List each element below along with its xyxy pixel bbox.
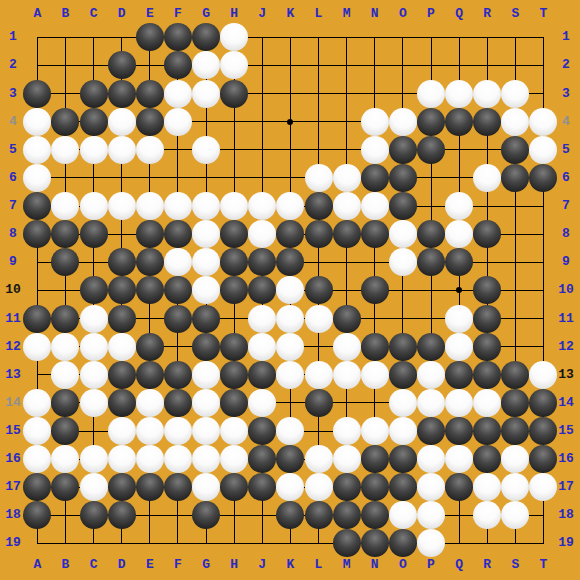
white-stone-B7 (51, 192, 79, 220)
black-stone-B14 (51, 389, 79, 417)
black-stone-S15 (501, 417, 529, 445)
black-stone-M11 (333, 305, 361, 333)
black-stone-F11 (164, 305, 192, 333)
black-stone-G18 (192, 501, 220, 529)
grid-line-horizontal (37, 37, 544, 38)
black-stone-N10 (361, 276, 389, 304)
black-stone-H9 (220, 248, 248, 276)
black-stone-B11 (51, 305, 79, 333)
white-stone-F7 (164, 192, 192, 220)
black-stone-E17 (136, 473, 164, 501)
white-stone-R17 (473, 473, 501, 501)
col-label-bottom-S: S (504, 558, 526, 572)
row-label-right-13: 13 (553, 368, 579, 382)
col-label-bottom-P: P (420, 558, 442, 572)
white-stone-P3 (417, 80, 445, 108)
white-stone-S18 (501, 501, 529, 529)
black-stone-N12 (361, 333, 389, 361)
white-stone-A6 (23, 164, 51, 192)
white-stone-F16 (164, 445, 192, 473)
white-stone-C11 (80, 305, 108, 333)
col-label-bottom-G: G (195, 558, 217, 572)
black-stone-R12 (473, 333, 501, 361)
black-stone-B9 (51, 248, 79, 276)
white-stone-E5 (136, 136, 164, 164)
black-stone-F10 (164, 276, 192, 304)
col-label-bottom-L: L (308, 558, 330, 572)
row-label-left-18: 18 (0, 508, 26, 522)
black-stone-G1 (192, 23, 220, 51)
black-stone-M18 (333, 501, 361, 529)
black-stone-B8 (51, 220, 79, 248)
white-stone-C5 (80, 136, 108, 164)
white-stone-C12 (80, 333, 108, 361)
white-stone-N7 (361, 192, 389, 220)
black-stone-F2 (164, 51, 192, 79)
black-stone-S13 (501, 361, 529, 389)
white-stone-D16 (108, 445, 136, 473)
white-stone-S17 (501, 473, 529, 501)
white-stone-Q7 (445, 192, 473, 220)
white-stone-M15 (333, 417, 361, 445)
white-stone-S4 (501, 108, 529, 136)
black-stone-C4 (80, 108, 108, 136)
white-stone-N15 (361, 417, 389, 445)
black-stone-G11 (192, 305, 220, 333)
black-stone-Q17 (445, 473, 473, 501)
white-stone-O14 (389, 389, 417, 417)
col-label-top-N: N (364, 7, 386, 21)
white-stone-Q11 (445, 305, 473, 333)
black-stone-J17 (248, 473, 276, 501)
white-stone-J12 (248, 333, 276, 361)
row-label-right-2: 2 (553, 58, 579, 72)
black-stone-O17 (389, 473, 417, 501)
black-stone-R4 (473, 108, 501, 136)
white-stone-Q14 (445, 389, 473, 417)
white-stone-P19 (417, 529, 445, 557)
black-stone-N19 (361, 529, 389, 557)
col-label-bottom-J: J (251, 558, 273, 572)
black-stone-Q13 (445, 361, 473, 389)
row-label-right-11: 11 (553, 312, 579, 326)
white-stone-M12 (333, 333, 361, 361)
white-stone-C7 (80, 192, 108, 220)
col-label-bottom-T: T (532, 558, 554, 572)
white-stone-D15 (108, 417, 136, 445)
white-stone-M16 (333, 445, 361, 473)
black-stone-A18 (23, 501, 51, 529)
white-stone-K15 (276, 417, 304, 445)
black-stone-E8 (136, 220, 164, 248)
white-stone-K17 (276, 473, 304, 501)
black-stone-D10 (108, 276, 136, 304)
black-stone-B17 (51, 473, 79, 501)
row-label-left-12: 12 (0, 340, 26, 354)
black-stone-M19 (333, 529, 361, 557)
col-label-top-D: D (111, 7, 133, 21)
white-stone-G2 (192, 51, 220, 79)
black-stone-A3 (23, 80, 51, 108)
col-label-bottom-D: D (111, 558, 133, 572)
white-stone-S3 (501, 80, 529, 108)
grid-line-horizontal (37, 543, 544, 544)
white-stone-Q3 (445, 80, 473, 108)
white-stone-C16 (80, 445, 108, 473)
row-label-right-4: 4 (553, 115, 579, 129)
black-stone-P9 (417, 248, 445, 276)
white-stone-G14 (192, 389, 220, 417)
white-stone-H7 (220, 192, 248, 220)
black-stone-D14 (108, 389, 136, 417)
white-stone-D7 (108, 192, 136, 220)
black-stone-S5 (501, 136, 529, 164)
white-stone-N5 (361, 136, 389, 164)
black-stone-P4 (417, 108, 445, 136)
col-label-top-G: G (195, 7, 217, 21)
white-stone-K11 (276, 305, 304, 333)
white-stone-A15 (23, 417, 51, 445)
white-stone-G13 (192, 361, 220, 389)
black-stone-K16 (276, 445, 304, 473)
black-stone-A7 (23, 192, 51, 220)
white-stone-R18 (473, 501, 501, 529)
row-label-left-8: 8 (0, 227, 26, 241)
black-stone-R16 (473, 445, 501, 473)
row-label-right-17: 17 (553, 480, 579, 494)
row-label-left-16: 16 (0, 452, 26, 466)
row-label-left-2: 2 (0, 58, 26, 72)
black-stone-D9 (108, 248, 136, 276)
col-label-top-L: L (308, 7, 330, 21)
white-stone-G17 (192, 473, 220, 501)
black-stone-L7 (305, 192, 333, 220)
row-label-right-9: 9 (553, 255, 579, 269)
black-stone-Q15 (445, 417, 473, 445)
row-label-right-8: 8 (553, 227, 579, 241)
black-stone-O6 (389, 164, 417, 192)
black-stone-F13 (164, 361, 192, 389)
white-stone-R3 (473, 80, 501, 108)
white-stone-A14 (23, 389, 51, 417)
row-label-left-15: 15 (0, 424, 26, 438)
col-label-top-T: T (532, 7, 554, 21)
white-stone-P16 (417, 445, 445, 473)
white-stone-D12 (108, 333, 136, 361)
white-stone-O4 (389, 108, 417, 136)
black-stone-J9 (248, 248, 276, 276)
black-stone-H10 (220, 276, 248, 304)
col-label-bottom-M: M (336, 558, 358, 572)
black-stone-N16 (361, 445, 389, 473)
white-stone-F9 (164, 248, 192, 276)
row-label-left-13: 13 (0, 368, 26, 382)
white-stone-M7 (333, 192, 361, 220)
white-stone-O8 (389, 220, 417, 248)
black-stone-O7 (389, 192, 417, 220)
black-stone-A8 (23, 220, 51, 248)
black-stone-D11 (108, 305, 136, 333)
black-stone-K18 (276, 501, 304, 529)
white-stone-K7 (276, 192, 304, 220)
black-stone-J16 (248, 445, 276, 473)
white-stone-S16 (501, 445, 529, 473)
row-label-right-12: 12 (553, 340, 579, 354)
white-stone-B5 (51, 136, 79, 164)
col-label-bottom-C: C (83, 558, 105, 572)
col-label-bottom-O: O (392, 558, 414, 572)
col-label-top-C: C (83, 7, 105, 21)
white-stone-F15 (164, 417, 192, 445)
white-stone-K12 (276, 333, 304, 361)
black-stone-N8 (361, 220, 389, 248)
col-label-top-K: K (279, 7, 301, 21)
black-stone-C8 (80, 220, 108, 248)
white-stone-E16 (136, 445, 164, 473)
row-label-left-7: 7 (0, 199, 26, 213)
white-stone-C14 (80, 389, 108, 417)
black-stone-D2 (108, 51, 136, 79)
black-stone-N17 (361, 473, 389, 501)
white-stone-E15 (136, 417, 164, 445)
white-stone-B13 (51, 361, 79, 389)
white-stone-K13 (276, 361, 304, 389)
black-stone-E3 (136, 80, 164, 108)
white-stone-L13 (305, 361, 333, 389)
black-stone-P5 (417, 136, 445, 164)
black-stone-E1 (136, 23, 164, 51)
black-stone-S14 (501, 389, 529, 417)
black-stone-J13 (248, 361, 276, 389)
col-label-top-R: R (476, 7, 498, 21)
white-stone-F4 (164, 108, 192, 136)
white-stone-Q12 (445, 333, 473, 361)
white-stone-P18 (417, 501, 445, 529)
black-stone-R8 (473, 220, 501, 248)
white-stone-M13 (333, 361, 361, 389)
black-stone-P8 (417, 220, 445, 248)
black-stone-S6 (501, 164, 529, 192)
col-label-bottom-H: H (223, 558, 245, 572)
black-stone-E9 (136, 248, 164, 276)
row-label-left-9: 9 (0, 255, 26, 269)
col-label-bottom-E: E (139, 558, 161, 572)
white-stone-J14 (248, 389, 276, 417)
white-stone-R6 (473, 164, 501, 192)
black-stone-R10 (473, 276, 501, 304)
white-stone-H15 (220, 417, 248, 445)
black-stone-F1 (164, 23, 192, 51)
black-stone-E12 (136, 333, 164, 361)
black-stone-K9 (276, 248, 304, 276)
white-stone-C13 (80, 361, 108, 389)
white-stone-B16 (51, 445, 79, 473)
row-label-right-7: 7 (553, 199, 579, 213)
black-stone-D13 (108, 361, 136, 389)
col-label-bottom-B: B (54, 558, 76, 572)
row-label-left-17: 17 (0, 480, 26, 494)
black-stone-D18 (108, 501, 136, 529)
col-label-top-E: E (139, 7, 161, 21)
white-stone-K10 (276, 276, 304, 304)
star-point-Q10 (456, 287, 462, 293)
white-stone-G5 (192, 136, 220, 164)
black-stone-M8 (333, 220, 361, 248)
black-stone-O13 (389, 361, 417, 389)
black-stone-O16 (389, 445, 417, 473)
row-label-left-19: 19 (0, 536, 26, 550)
col-label-top-J: J (251, 7, 273, 21)
white-stone-O18 (389, 501, 417, 529)
white-stone-Q8 (445, 220, 473, 248)
white-stone-C17 (80, 473, 108, 501)
grid-line-horizontal (37, 177, 544, 178)
col-label-bottom-A: A (26, 558, 48, 572)
black-stone-L10 (305, 276, 333, 304)
col-label-bottom-R: R (476, 558, 498, 572)
white-stone-G9 (192, 248, 220, 276)
black-stone-H8 (220, 220, 248, 248)
black-stone-J10 (248, 276, 276, 304)
black-stone-G12 (192, 333, 220, 361)
col-label-bottom-F: F (167, 558, 189, 572)
white-stone-N13 (361, 361, 389, 389)
col-label-bottom-N: N (364, 558, 386, 572)
white-stone-J11 (248, 305, 276, 333)
black-stone-D3 (108, 80, 136, 108)
col-label-top-Q: Q (448, 7, 470, 21)
black-stone-H13 (220, 361, 248, 389)
row-label-right-3: 3 (553, 87, 579, 101)
white-stone-P13 (417, 361, 445, 389)
white-stone-B12 (51, 333, 79, 361)
col-label-top-O: O (392, 7, 414, 21)
black-stone-O12 (389, 333, 417, 361)
white-stone-A4 (23, 108, 51, 136)
white-stone-L17 (305, 473, 333, 501)
row-label-right-18: 18 (553, 508, 579, 522)
black-stone-F17 (164, 473, 192, 501)
row-label-right-1: 1 (553, 30, 579, 44)
black-stone-F8 (164, 220, 192, 248)
black-stone-L18 (305, 501, 333, 529)
white-stone-H1 (220, 23, 248, 51)
row-label-right-5: 5 (553, 143, 579, 157)
row-label-right-14: 14 (553, 396, 579, 410)
col-label-top-H: H (223, 7, 245, 21)
white-stone-L16 (305, 445, 333, 473)
black-stone-R15 (473, 417, 501, 445)
black-stone-Q9 (445, 248, 473, 276)
row-label-right-15: 15 (553, 424, 579, 438)
black-stone-C10 (80, 276, 108, 304)
row-label-left-11: 11 (0, 312, 26, 326)
black-stone-H3 (220, 80, 248, 108)
black-stone-A11 (23, 305, 51, 333)
black-stone-P12 (417, 333, 445, 361)
white-stone-O9 (389, 248, 417, 276)
white-stone-A5 (23, 136, 51, 164)
black-stone-B4 (51, 108, 79, 136)
row-label-right-16: 16 (553, 452, 579, 466)
black-stone-N6 (361, 164, 389, 192)
white-stone-M6 (333, 164, 361, 192)
white-stone-P14 (417, 389, 445, 417)
row-label-left-5: 5 (0, 143, 26, 157)
star-point-K4 (287, 119, 293, 125)
row-label-right-6: 6 (553, 171, 579, 185)
row-label-left-4: 4 (0, 115, 26, 129)
black-stone-Q4 (445, 108, 473, 136)
black-stone-H12 (220, 333, 248, 361)
white-stone-R14 (473, 389, 501, 417)
col-label-top-A: A (26, 7, 48, 21)
row-label-right-19: 19 (553, 536, 579, 550)
white-stone-E7 (136, 192, 164, 220)
row-label-left-3: 3 (0, 87, 26, 101)
white-stone-J8 (248, 220, 276, 248)
black-stone-O5 (389, 136, 417, 164)
black-stone-B15 (51, 417, 79, 445)
white-stone-Q16 (445, 445, 473, 473)
black-stone-R13 (473, 361, 501, 389)
black-stone-P15 (417, 417, 445, 445)
black-stone-E13 (136, 361, 164, 389)
row-label-left-1: 1 (0, 30, 26, 44)
black-stone-M17 (333, 473, 361, 501)
white-stone-G3 (192, 80, 220, 108)
row-label-left-14: 14 (0, 396, 26, 410)
row-label-right-10: 10 (553, 283, 579, 297)
black-stone-N18 (361, 501, 389, 529)
black-stone-C3 (80, 80, 108, 108)
white-stone-F3 (164, 80, 192, 108)
white-stone-N4 (361, 108, 389, 136)
black-stone-D17 (108, 473, 136, 501)
black-stone-H14 (220, 389, 248, 417)
white-stone-A16 (23, 445, 51, 473)
white-stone-G8 (192, 220, 220, 248)
black-stone-A17 (23, 473, 51, 501)
row-label-left-6: 6 (0, 171, 26, 185)
white-stone-H16 (220, 445, 248, 473)
black-stone-E10 (136, 276, 164, 304)
white-stone-D5 (108, 136, 136, 164)
white-stone-L11 (305, 305, 333, 333)
col-label-bottom-Q: Q (448, 558, 470, 572)
white-stone-G16 (192, 445, 220, 473)
white-stone-O15 (389, 417, 417, 445)
black-stone-K8 (276, 220, 304, 248)
white-stone-G10 (192, 276, 220, 304)
go-board[interactable]: AABBCCDDEEFFGGHHJJKKLLMMNNOOPPQQRRSSTT11… (0, 0, 580, 580)
black-stone-F14 (164, 389, 192, 417)
black-stone-H17 (220, 473, 248, 501)
row-label-left-10: 10 (0, 283, 26, 297)
black-stone-C18 (80, 501, 108, 529)
white-stone-P17 (417, 473, 445, 501)
black-stone-L14 (305, 389, 333, 417)
white-stone-D4 (108, 108, 136, 136)
black-stone-O19 (389, 529, 417, 557)
white-stone-A12 (23, 333, 51, 361)
white-stone-G15 (192, 417, 220, 445)
black-stone-L8 (305, 220, 333, 248)
col-label-top-P: P (420, 7, 442, 21)
col-label-top-M: M (336, 7, 358, 21)
col-label-top-S: S (504, 7, 526, 21)
white-stone-G7 (192, 192, 220, 220)
